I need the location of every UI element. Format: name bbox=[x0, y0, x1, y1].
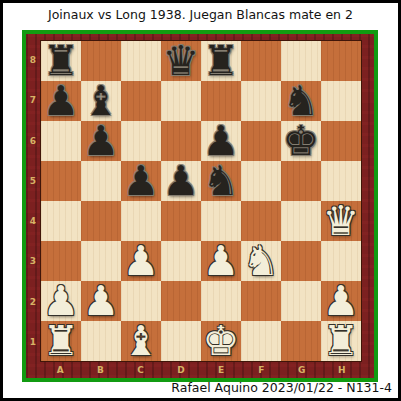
square-h4: ♛ bbox=[321, 201, 361, 241]
square-d2 bbox=[161, 281, 201, 321]
square-g2 bbox=[281, 281, 321, 321]
file-label-c: C bbox=[121, 362, 161, 378]
square-a5 bbox=[41, 161, 81, 201]
rank-label-8: 8 bbox=[26, 40, 40, 80]
square-h8 bbox=[321, 41, 361, 81]
piece-black-bishop: ♝ bbox=[81, 81, 121, 121]
piece-white-queen: ♛ bbox=[321, 201, 361, 241]
square-d8: ♛ bbox=[161, 41, 201, 81]
square-b2: ♟ bbox=[81, 281, 121, 321]
piece-black-queen: ♛ bbox=[161, 41, 201, 81]
square-g1 bbox=[281, 321, 321, 361]
rank-label-6: 6 bbox=[26, 121, 40, 161]
square-h3 bbox=[321, 241, 361, 281]
square-d4 bbox=[161, 201, 201, 241]
square-c1: ♝ bbox=[121, 321, 161, 361]
square-d3 bbox=[161, 241, 201, 281]
square-g7: ♞ bbox=[281, 81, 321, 121]
square-f7 bbox=[241, 81, 281, 121]
piece-white-rook: ♜ bbox=[321, 321, 361, 361]
square-h7 bbox=[321, 81, 361, 121]
board-grid: ♜♛♜♟♝♞♟♟♚♟♟♞♛♟♟♞♟♟♟♜♝♚♜ bbox=[40, 40, 362, 362]
square-c3: ♟ bbox=[121, 241, 161, 281]
piece-white-pawn: ♟ bbox=[321, 281, 361, 321]
square-d5: ♟ bbox=[161, 161, 201, 201]
square-b1 bbox=[81, 321, 121, 361]
square-b4 bbox=[81, 201, 121, 241]
square-c7 bbox=[121, 81, 161, 121]
piece-white-bishop: ♝ bbox=[121, 321, 161, 361]
square-a3 bbox=[41, 241, 81, 281]
square-a1: ♜ bbox=[41, 321, 81, 361]
square-a8: ♜ bbox=[41, 41, 81, 81]
square-c5: ♟ bbox=[121, 161, 161, 201]
piece-black-king: ♚ bbox=[281, 121, 321, 161]
square-e3: ♟ bbox=[201, 241, 241, 281]
file-label-h: H bbox=[322, 362, 362, 378]
square-g5 bbox=[281, 161, 321, 201]
square-h1: ♜ bbox=[321, 321, 361, 361]
square-g3 bbox=[281, 241, 321, 281]
square-b6: ♟ bbox=[81, 121, 121, 161]
piece-white-pawn: ♟ bbox=[201, 241, 241, 281]
rank-label-4: 4 bbox=[26, 201, 40, 241]
rank-label-2: 2 bbox=[26, 282, 40, 322]
page-title: Joinaux vs Long 1938. Juegan Blancas mat… bbox=[3, 7, 398, 22]
chess-board-frame: 87654321 ♜♛♜♟♝♞♟♟♚♟♟♞♛♟♟♞♟♟♟♜♝♚♜ ABCDEFG… bbox=[22, 30, 378, 382]
square-e4 bbox=[201, 201, 241, 241]
credit-text: Rafael Aquino 2023/01/22 - N131-4 bbox=[171, 380, 392, 395]
square-c6 bbox=[121, 121, 161, 161]
square-f8 bbox=[241, 41, 281, 81]
file-label-e: E bbox=[201, 362, 241, 378]
piece-black-rook: ♜ bbox=[41, 41, 81, 81]
square-c4 bbox=[121, 201, 161, 241]
square-h2: ♟ bbox=[321, 281, 361, 321]
square-h5 bbox=[321, 161, 361, 201]
file-label-a: A bbox=[40, 362, 80, 378]
square-a7: ♟ bbox=[41, 81, 81, 121]
file-labels: ABCDEFGH bbox=[40, 362, 362, 378]
square-d7 bbox=[161, 81, 201, 121]
rank-labels: 87654321 bbox=[26, 40, 40, 362]
square-b5 bbox=[81, 161, 121, 201]
piece-white-pawn: ♟ bbox=[81, 281, 121, 321]
square-d6 bbox=[161, 121, 201, 161]
square-d1 bbox=[161, 321, 201, 361]
square-b3 bbox=[81, 241, 121, 281]
square-a4 bbox=[41, 201, 81, 241]
square-f4 bbox=[241, 201, 281, 241]
piece-black-pawn: ♟ bbox=[201, 121, 241, 161]
square-e6: ♟ bbox=[201, 121, 241, 161]
square-b8 bbox=[81, 41, 121, 81]
square-f3: ♞ bbox=[241, 241, 281, 281]
file-label-d: D bbox=[161, 362, 201, 378]
piece-black-knight: ♞ bbox=[201, 161, 241, 201]
piece-black-rook: ♜ bbox=[201, 41, 241, 81]
piece-black-knight: ♞ bbox=[281, 81, 321, 121]
square-a6 bbox=[41, 121, 81, 161]
piece-black-pawn: ♟ bbox=[121, 161, 161, 201]
piece-white-king: ♚ bbox=[201, 321, 241, 361]
square-e2 bbox=[201, 281, 241, 321]
piece-white-rook: ♜ bbox=[41, 321, 81, 361]
square-g8 bbox=[281, 41, 321, 81]
piece-white-knight: ♞ bbox=[241, 241, 281, 281]
piece-black-pawn: ♟ bbox=[161, 161, 201, 201]
file-label-g: G bbox=[282, 362, 322, 378]
square-e5: ♞ bbox=[201, 161, 241, 201]
square-a2: ♟ bbox=[41, 281, 81, 321]
piece-white-pawn: ♟ bbox=[41, 281, 81, 321]
square-h6 bbox=[321, 121, 361, 161]
square-e8: ♜ bbox=[201, 41, 241, 81]
file-label-b: B bbox=[80, 362, 120, 378]
square-c2 bbox=[121, 281, 161, 321]
square-f2 bbox=[241, 281, 281, 321]
square-f6 bbox=[241, 121, 281, 161]
square-f1 bbox=[241, 321, 281, 361]
rank-label-3: 3 bbox=[26, 241, 40, 281]
square-f5 bbox=[241, 161, 281, 201]
puzzle-card: Joinaux vs Long 1938. Juegan Blancas mat… bbox=[0, 0, 401, 401]
rank-label-5: 5 bbox=[26, 161, 40, 201]
square-e1: ♚ bbox=[201, 321, 241, 361]
square-c8 bbox=[121, 41, 161, 81]
file-label-f: F bbox=[241, 362, 281, 378]
rank-label-7: 7 bbox=[26, 80, 40, 120]
square-g4 bbox=[281, 201, 321, 241]
square-e7 bbox=[201, 81, 241, 121]
piece-black-pawn: ♟ bbox=[81, 121, 121, 161]
square-g6: ♚ bbox=[281, 121, 321, 161]
rank-label-1: 1 bbox=[26, 322, 40, 362]
square-b7: ♝ bbox=[81, 81, 121, 121]
piece-white-pawn: ♟ bbox=[121, 241, 161, 281]
piece-black-pawn: ♟ bbox=[41, 81, 81, 121]
